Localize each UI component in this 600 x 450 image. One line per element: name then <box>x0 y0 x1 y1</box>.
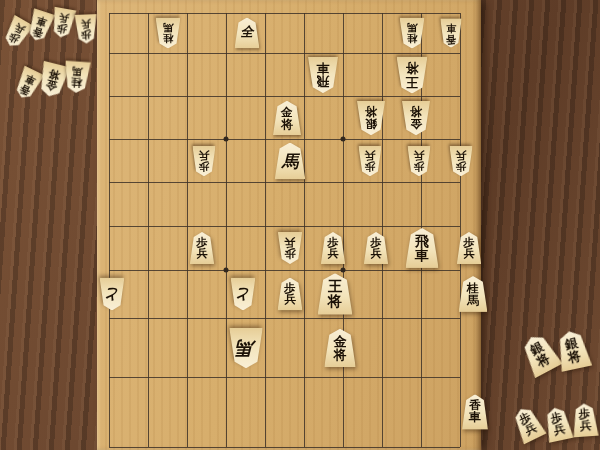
piece-kanji: 桂 <box>406 33 416 44</box>
grid-line-vertical <box>109 13 110 447</box>
piece-kanji: 飛 <box>414 234 428 248</box>
piece-kanji: 将 <box>333 348 346 361</box>
piece-face: 飛車 <box>307 56 337 92</box>
piece-kanji: 兵 <box>327 248 338 259</box>
piece-face: 歩兵 <box>571 403 598 438</box>
piece-gote-knight[interactable]: 桂馬 <box>155 17 180 48</box>
piece-sente-lance[interactable]: 香車 <box>462 394 488 429</box>
hoshi-dot <box>224 137 229 142</box>
grid-line-horizontal <box>109 13 460 14</box>
grid-line-horizontal <box>109 139 460 140</box>
piece-face: 桂馬 <box>458 276 487 312</box>
piece-kanji: 兵 <box>552 423 566 437</box>
piece-face: 歩兵 <box>277 232 301 264</box>
piece-kanji: 兵 <box>523 421 538 437</box>
piece-kanji: 将 <box>567 349 582 365</box>
piece-gote-captured-knight[interactable]: 桂馬 <box>63 60 91 93</box>
piece-sente-pawn[interactable]: 歩兵 <box>277 278 302 311</box>
piece-face: 桂馬 <box>63 60 91 93</box>
piece-kanji: 車 <box>414 248 428 262</box>
piece-gote-captured-pawn[interactable]: 歩兵 <box>50 7 77 39</box>
piece-gote-pawn[interactable]: 歩兵 <box>449 145 472 176</box>
grid-line-horizontal <box>109 318 460 319</box>
grid-line-horizontal <box>109 447 460 448</box>
piece-kanji: 全 <box>240 26 253 39</box>
grid-line-vertical <box>265 13 266 447</box>
piece-kanji: 王 <box>405 75 418 88</box>
piece-face: 歩兵 <box>510 404 547 445</box>
piece-kanji: 兵 <box>579 420 591 432</box>
grid-line-horizontal <box>109 96 460 97</box>
piece-face: 歩兵 <box>363 232 387 264</box>
piece-face: 銀将 <box>554 328 592 372</box>
piece-kanji: 兵 <box>13 22 27 36</box>
piece-face: と <box>99 278 124 311</box>
piece-kanji: 兵 <box>284 294 295 306</box>
piece-kanji: 馬 <box>72 66 83 77</box>
piece-face: 飛車 <box>405 228 438 268</box>
grid-line-vertical <box>343 13 344 447</box>
piece-kanji: 桂 <box>71 77 82 88</box>
piece-face: 歩兵 <box>192 145 215 176</box>
piece-kanji: 将 <box>410 105 422 117</box>
piece-face: 歩兵 <box>542 405 573 442</box>
grid-line-vertical <box>460 13 461 447</box>
piece-face: 歩兵 <box>407 145 430 176</box>
piece-kanji: 将 <box>405 61 418 74</box>
grid-line-vertical <box>148 13 149 447</box>
piece-gote-horse[interactable]: 馬 <box>229 327 263 368</box>
hoshi-dot <box>341 268 346 273</box>
piece-kanji: 兵 <box>370 248 381 259</box>
piece-face: 歩兵 <box>277 278 302 311</box>
piece-face: 王将 <box>317 273 352 315</box>
piece-kanji: 馬 <box>162 22 172 33</box>
piece-face: と <box>230 278 255 311</box>
piece-face: 王将 <box>396 56 427 93</box>
piece-kanji: 兵 <box>196 248 207 259</box>
hoshi-dot <box>341 137 346 142</box>
piece-gote-lance[interactable]: 香車 <box>440 18 462 47</box>
piece-kanji: 馬 <box>406 22 416 33</box>
piece-sente-gold[interactable]: 金将 <box>272 100 300 134</box>
piece-sente-pawn[interactable]: 歩兵 <box>363 232 387 264</box>
piece-kanji: 銀 <box>365 118 377 130</box>
piece-kanji: 金 <box>281 105 293 117</box>
piece-gote-pawn[interactable]: 歩兵 <box>192 145 215 176</box>
piece-face: 桂馬 <box>155 17 180 48</box>
piece-gote-captured-pawn[interactable]: 歩兵 <box>74 14 97 44</box>
grid-line-vertical <box>304 13 305 447</box>
piece-kanji: 歩 <box>284 248 295 259</box>
piece-face: 桂馬 <box>399 17 424 48</box>
piece-sente-pawn[interactable]: 歩兵 <box>456 232 480 264</box>
piece-gote-tokin[interactable]: と <box>230 278 255 311</box>
piece-kanji: 車 <box>23 73 37 87</box>
piece-sente-pawn[interactable]: 歩兵 <box>320 232 344 264</box>
piece-kanji: 車 <box>316 61 329 74</box>
piece-kanji: 車 <box>469 412 481 424</box>
piece-sente-promoted_silver[interactable]: 全 <box>234 17 259 48</box>
piece-gote-gold[interactable]: 金将 <box>401 100 429 134</box>
piece-face: 馬 <box>274 142 305 179</box>
piece-face: 金将 <box>401 100 429 134</box>
piece-face: 歩兵 <box>456 232 480 264</box>
piece-sente-rook[interactable]: 飛車 <box>405 228 438 268</box>
piece-sente-captured-pawn[interactable]: 歩兵 <box>571 403 598 438</box>
grid-line-horizontal <box>109 226 460 227</box>
piece-face: 歩兵 <box>189 232 213 264</box>
grid-line-horizontal <box>109 270 460 271</box>
piece-face: 金将 <box>324 328 355 367</box>
piece-face: 香車 <box>462 394 488 429</box>
piece-kanji: 馬 <box>236 338 254 357</box>
grid-line-horizontal <box>109 182 460 183</box>
piece-gote-pawn[interactable]: 歩兵 <box>407 145 430 176</box>
piece-sente-pawn[interactable]: 歩兵 <box>189 232 213 264</box>
piece-kanji: 兵 <box>58 12 70 24</box>
piece-face: 馬 <box>229 327 263 368</box>
piece-gote-rook[interactable]: 飛車 <box>307 56 337 92</box>
piece-sente-captured-pawn[interactable]: 歩兵 <box>510 404 547 445</box>
piece-sente-captured-silver[interactable]: 銀将 <box>554 328 592 372</box>
piece-kanji: 車 <box>35 15 48 28</box>
piece-kanji: 兵 <box>413 150 424 161</box>
piece-sente-king[interactable]: 王将 <box>317 273 352 315</box>
piece-face: 歩兵 <box>449 145 472 176</box>
piece-sente-horse[interactable]: 馬 <box>274 142 305 179</box>
piece-kanji: 兵 <box>198 150 209 161</box>
piece-face: 歩兵 <box>320 232 344 264</box>
piece-kanji: 兵 <box>455 150 466 161</box>
piece-gote-pawn[interactable]: 歩兵 <box>277 232 301 264</box>
piece-kanji: 将 <box>365 105 377 117</box>
grid-line-vertical <box>187 13 188 447</box>
piece-kanji: と <box>235 286 250 301</box>
piece-kanji: 兵 <box>364 150 375 161</box>
piece-face: 銀将 <box>356 100 384 134</box>
piece-sente-gold[interactable]: 金将 <box>324 328 355 367</box>
piece-kanji: 将 <box>281 118 293 130</box>
piece-kanji: 飛 <box>316 75 329 88</box>
piece-face: 金将 <box>272 100 300 134</box>
piece-gote-pawn[interactable]: 歩兵 <box>358 145 381 176</box>
grid-line-horizontal <box>109 377 460 378</box>
piece-kanji: 車 <box>446 23 456 33</box>
piece-kanji: と <box>104 286 119 301</box>
grid-line-vertical <box>382 13 383 447</box>
hoshi-dot <box>224 268 229 273</box>
piece-gote-tokin[interactable]: と <box>99 278 124 311</box>
piece-face: 香車 <box>440 18 462 47</box>
grid-line-horizontal <box>109 53 460 54</box>
piece-kanji: 馬 <box>281 152 298 169</box>
piece-kanji: 金 <box>410 118 422 130</box>
shogi-board: 桂馬全桂馬香車飛車王将金将銀将金将歩兵馬歩兵歩兵歩兵歩兵歩兵歩兵歩兵飛車歩兵とと… <box>97 0 481 450</box>
piece-kanji: 金 <box>333 334 346 347</box>
piece-sente-captured-pawn[interactable]: 歩兵 <box>542 405 573 442</box>
piece-kanji: 兵 <box>81 19 91 30</box>
piece-kanji: 将 <box>534 351 552 369</box>
piece-kanji: 王 <box>327 279 341 294</box>
piece-face: 歩兵 <box>74 14 97 44</box>
piece-kanji: 馬 <box>467 294 479 306</box>
shogi-game-photo: 桂馬全桂馬香車飛車王将金将銀将金将歩兵馬歩兵歩兵歩兵歩兵歩兵歩兵歩兵飛車歩兵とと… <box>0 0 600 450</box>
piece-sente-knight[interactable]: 桂馬 <box>458 276 487 312</box>
piece-kanji: 兵 <box>284 237 295 248</box>
piece-face: 歩兵 <box>358 145 381 176</box>
piece-kanji: 将 <box>47 67 61 81</box>
piece-gote-king[interactable]: 王将 <box>396 56 427 93</box>
piece-kanji: 桂 <box>162 33 172 44</box>
piece-gote-silver[interactable]: 銀将 <box>356 100 384 134</box>
piece-face: 全 <box>234 17 259 48</box>
piece-face: 歩兵 <box>50 7 77 39</box>
piece-kanji: 将 <box>327 294 341 309</box>
grid-line-vertical <box>226 13 227 447</box>
piece-gote-knight[interactable]: 桂馬 <box>399 17 424 48</box>
piece-kanji: 兵 <box>463 248 474 259</box>
